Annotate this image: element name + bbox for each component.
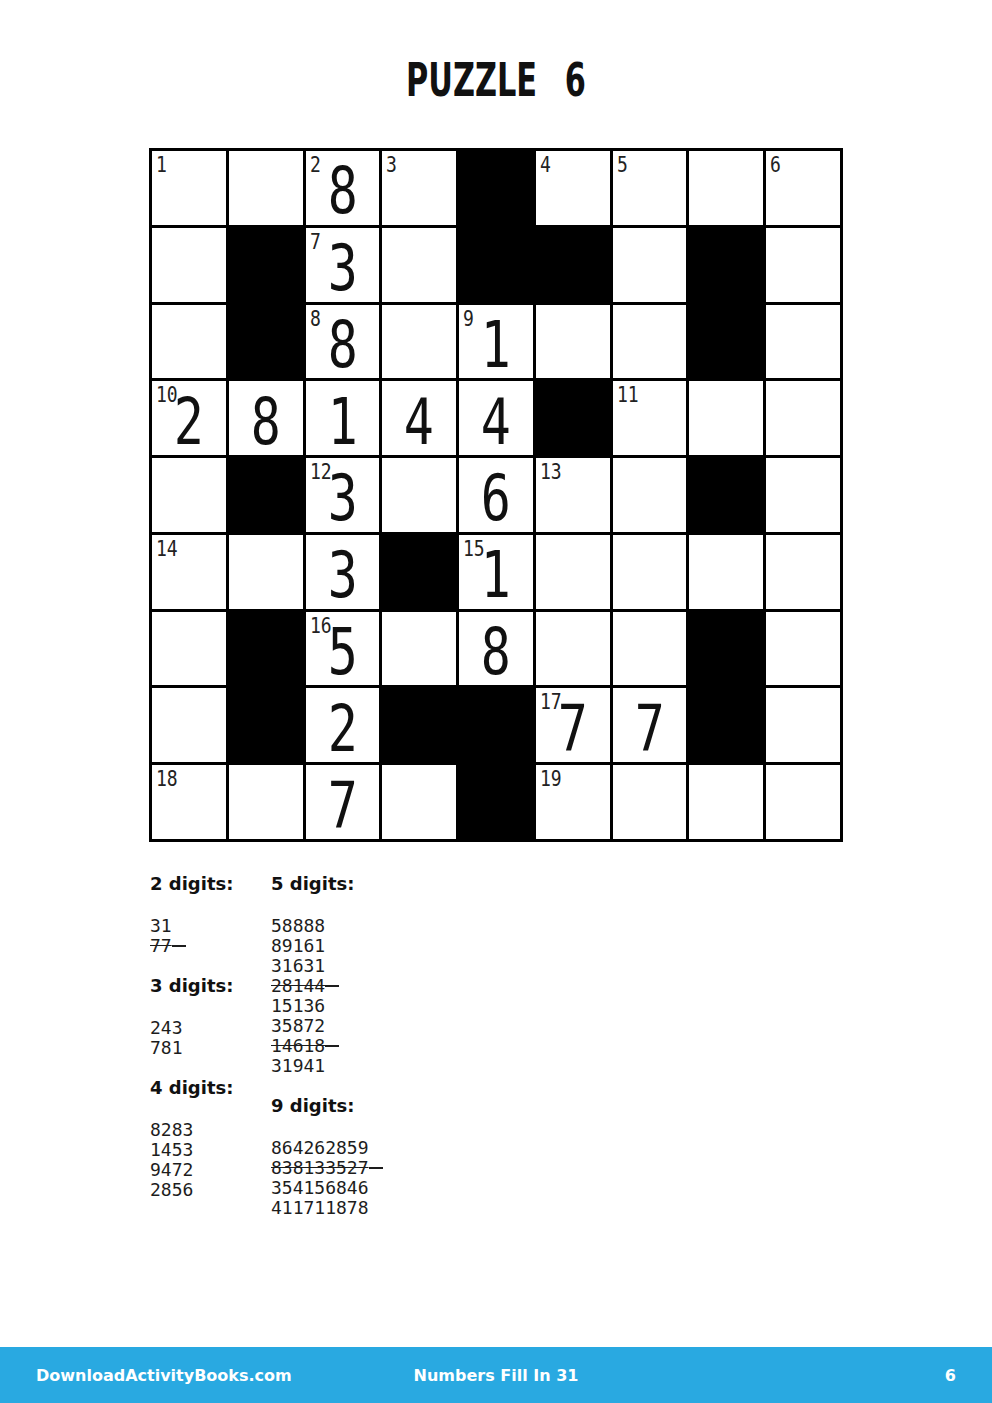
clue-number: 11 xyxy=(617,384,639,406)
puzzle-grid: 1283456738891102814411123613143151165821… xyxy=(149,148,843,842)
grid-cell-r8c7[interactable]: 7 xyxy=(613,688,687,762)
footer-bar: DownloadActivityBooks.com Numbers Fill I… xyxy=(0,1347,992,1403)
grid-cell-r7c6[interactable] xyxy=(536,612,610,686)
word-list-column-1: 2 digits:31773 digits:2437814 digits:828… xyxy=(150,874,271,1238)
grid-cell-r6c1[interactable]: 14 xyxy=(152,535,226,609)
list-entry: 31 xyxy=(150,916,271,936)
grid-cell-r7c4[interactable] xyxy=(382,612,456,686)
grid-cell-r8c5 xyxy=(459,688,533,762)
grid-cell-r1c4[interactable]: 3 xyxy=(382,151,456,225)
grid-cell-r1c8[interactable] xyxy=(689,151,763,225)
grid-cell-r9c1[interactable]: 18 xyxy=(152,765,226,839)
grid-cell-r6c8[interactable] xyxy=(689,535,763,609)
grid-cell-r9c5 xyxy=(459,765,533,839)
word-list-column-2: 5 digits:5888889161316312814415136358721… xyxy=(271,874,383,1238)
grid-cell-r9c8[interactable] xyxy=(689,765,763,839)
list-entry: 411711878 xyxy=(271,1198,383,1218)
grid-cell-r7c9[interactable] xyxy=(766,612,840,686)
list-entry: 2856 xyxy=(150,1180,271,1200)
grid-cell-r3c7[interactable] xyxy=(613,305,687,379)
grid-cell-r1c7[interactable]: 5 xyxy=(613,151,687,225)
list-entry: 838133527 xyxy=(271,1158,383,1178)
grid-cell-r3c8 xyxy=(689,305,763,379)
cell-digit: 8 xyxy=(314,151,372,225)
cell-digit: 8 xyxy=(237,381,295,455)
clue-number: 18 xyxy=(156,768,178,790)
grid-cell-r1c5 xyxy=(459,151,533,225)
page-title: PUZZLE 6 xyxy=(169,57,824,103)
grid-cell-r4c7[interactable]: 11 xyxy=(613,381,687,455)
grid-cell-r3c5[interactable]: 91 xyxy=(459,305,533,379)
clue-number: 19 xyxy=(540,768,562,790)
cell-digit: 8 xyxy=(467,612,525,686)
cell-digit: 3 xyxy=(314,458,372,532)
clue-number: 14 xyxy=(156,538,178,560)
grid-cell-r3c4[interactable] xyxy=(382,305,456,379)
grid-cell-r5c6[interactable]: 13 xyxy=(536,458,610,532)
clue-number: 1 xyxy=(156,154,167,176)
grid-cell-r5c4[interactable] xyxy=(382,458,456,532)
grid-cell-r5c2 xyxy=(229,458,303,532)
cell-digit: 3 xyxy=(314,535,372,609)
grid-cell-r5c8 xyxy=(689,458,763,532)
clue-number: 13 xyxy=(540,461,562,483)
cell-digit: 4 xyxy=(390,381,448,455)
grid-cell-r7c3[interactable]: 165 xyxy=(306,612,380,686)
list-entry: 781 xyxy=(150,1038,271,1058)
grid-cell-r9c9[interactable] xyxy=(766,765,840,839)
grid-cell-r6c3[interactable]: 3 xyxy=(306,535,380,609)
grid-cell-r1c1[interactable]: 1 xyxy=(152,151,226,225)
list-entry: 14618 xyxy=(271,1036,383,1056)
grid-cell-r4c6 xyxy=(536,381,610,455)
list-entry: 31941 xyxy=(271,1056,383,1076)
list-heading: 2 digits: xyxy=(150,874,271,894)
grid-cell-r5c7[interactable] xyxy=(613,458,687,532)
grid-cell-r6c5[interactable]: 151 xyxy=(459,535,533,609)
cell-digit: 1 xyxy=(467,535,525,609)
list-heading: 4 digits: xyxy=(150,1078,271,1098)
grid-cell-r2c4[interactable] xyxy=(382,228,456,302)
grid-cell-r9c3[interactable]: 7 xyxy=(306,765,380,839)
grid-cell-r2c5 xyxy=(459,228,533,302)
grid-cell-r3c1[interactable] xyxy=(152,305,226,379)
clue-number: 6 xyxy=(770,154,781,176)
clue-number: 5 xyxy=(617,154,628,176)
grid-cell-r2c1[interactable] xyxy=(152,228,226,302)
footer-page-number: 6 xyxy=(945,1366,956,1385)
list-section: 9 digits:8642628598381335273541568464117… xyxy=(271,1096,383,1218)
grid-cell-r4c5[interactable]: 4 xyxy=(459,381,533,455)
grid-cell-r3c9[interactable] xyxy=(766,305,840,379)
cell-digit: 3 xyxy=(314,228,372,302)
grid-cell-r6c9[interactable] xyxy=(766,535,840,609)
cell-digit: 2 xyxy=(160,381,218,455)
footer-puzzle-name: Numbers Fill In 31 xyxy=(414,1366,579,1385)
grid-cell-r6c7[interactable] xyxy=(613,535,687,609)
grid-cell-r2c9[interactable] xyxy=(766,228,840,302)
word-lists: 2 digits:31773 digits:2437814 digits:828… xyxy=(150,874,383,1238)
cell-digit: 2 xyxy=(314,688,372,762)
list-section: 3 digits:243781 xyxy=(150,976,271,1058)
clue-number: 3 xyxy=(386,154,397,176)
grid-cell-r4c8[interactable] xyxy=(689,381,763,455)
list-section: 4 digits:8283145394722856 xyxy=(150,1078,271,1200)
grid-cell-r3c3[interactable]: 88 xyxy=(306,305,380,379)
grid-cell-r7c2 xyxy=(229,612,303,686)
grid-cell-r5c1[interactable] xyxy=(152,458,226,532)
cell-digit: 4 xyxy=(467,381,525,455)
list-entry: 243 xyxy=(150,1018,271,1038)
list-entry: 28144 xyxy=(271,976,383,996)
grid-cell-r1c6[interactable]: 4 xyxy=(536,151,610,225)
grid-cell-r5c3[interactable]: 123 xyxy=(306,458,380,532)
grid-cell-r4c9[interactable] xyxy=(766,381,840,455)
grid-cell-r1c2[interactable] xyxy=(229,151,303,225)
grid-cell-r1c9[interactable]: 6 xyxy=(766,151,840,225)
list-section: 2 digits:3177 xyxy=(150,874,271,956)
grid-cell-r7c7[interactable] xyxy=(613,612,687,686)
grid-cell-r7c5[interactable]: 8 xyxy=(459,612,533,686)
grid-cell-r4c4[interactable]: 4 xyxy=(382,381,456,455)
grid-cell-r2c6 xyxy=(536,228,610,302)
list-entry: 31631 xyxy=(271,956,383,976)
list-heading: 9 digits: xyxy=(271,1096,383,1116)
grid-cell-r6c2[interactable] xyxy=(229,535,303,609)
grid-cell-r8c9[interactable] xyxy=(766,688,840,762)
list-entry: 58888 xyxy=(271,916,383,936)
grid-cell-r2c2 xyxy=(229,228,303,302)
grid-cell-r4c3[interactable]: 1 xyxy=(306,381,380,455)
cell-digit: 7 xyxy=(544,688,602,762)
grid-cell-r7c8 xyxy=(689,612,763,686)
grid-cell-r8c3[interactable]: 2 xyxy=(306,688,380,762)
list-entry: 864262859 xyxy=(271,1138,383,1158)
cell-digit: 6 xyxy=(467,458,525,532)
cell-digit: 7 xyxy=(314,765,372,839)
list-entry: 89161 xyxy=(271,936,383,956)
list-entry: 15136 xyxy=(271,996,383,1016)
clue-number: 4 xyxy=(540,154,551,176)
list-section: 5 digits:5888889161316312814415136358721… xyxy=(271,874,383,1076)
cell-digit: 7 xyxy=(621,688,679,762)
list-heading: 5 digits: xyxy=(271,874,383,894)
grid-cell-r7c1[interactable] xyxy=(152,612,226,686)
grid-cell-r3c2 xyxy=(229,305,303,379)
grid-cell-r4c2[interactable]: 8 xyxy=(229,381,303,455)
cell-digit: 1 xyxy=(314,381,372,455)
list-entry: 1453 xyxy=(150,1140,271,1160)
list-entry: 354156846 xyxy=(271,1178,383,1198)
grid-cell-r8c8 xyxy=(689,688,763,762)
grid-cell-r8c2 xyxy=(229,688,303,762)
footer-site: DownloadActivityBooks.com xyxy=(36,1366,292,1385)
list-entry: 77 xyxy=(150,936,271,956)
grid-cell-r5c5[interactable]: 6 xyxy=(459,458,533,532)
grid-cell-r8c4 xyxy=(382,688,456,762)
grid-cell-r3c6[interactable] xyxy=(536,305,610,379)
grid-cell-r6c6[interactable] xyxy=(536,535,610,609)
cell-digit: 8 xyxy=(314,305,372,379)
list-entry: 8283 xyxy=(150,1120,271,1140)
grid-cell-r8c1[interactable] xyxy=(152,688,226,762)
grid-cell-r2c3[interactable]: 73 xyxy=(306,228,380,302)
grid-cell-r9c7[interactable] xyxy=(613,765,687,839)
grid-cell-r9c4[interactable] xyxy=(382,765,456,839)
list-entry: 9472 xyxy=(150,1160,271,1180)
cell-digit: 5 xyxy=(314,612,372,686)
grid-cell-r9c2[interactable] xyxy=(229,765,303,839)
grid-cell-r1c3[interactable]: 28 xyxy=(306,151,380,225)
grid-cell-r6c4 xyxy=(382,535,456,609)
grid-cell-r5c9[interactable] xyxy=(766,458,840,532)
list-heading: 3 digits: xyxy=(150,976,271,996)
grid-cell-r4c1[interactable]: 102 xyxy=(152,381,226,455)
grid-cell-r2c8 xyxy=(689,228,763,302)
grid-cell-r9c6[interactable]: 19 xyxy=(536,765,610,839)
cell-digit: 1 xyxy=(467,305,525,379)
list-entry: 35872 xyxy=(271,1016,383,1036)
grid-cell-r8c6[interactable]: 177 xyxy=(536,688,610,762)
grid-cell-r2c7[interactable] xyxy=(613,228,687,302)
